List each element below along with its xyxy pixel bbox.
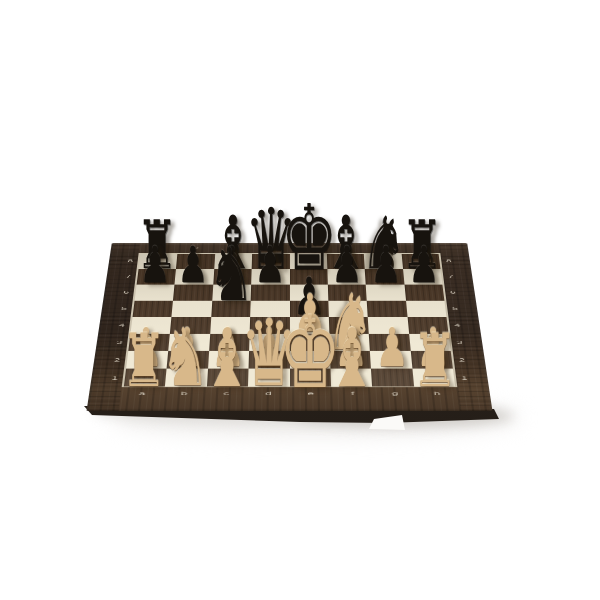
square-h3 [409, 333, 451, 350]
coordinate-label: g [364, 245, 402, 250]
square-f8 [327, 254, 365, 269]
coordinate-label: 7 [442, 269, 473, 285]
coordinate-label: g [374, 390, 417, 396]
coordinate-label: 4 [448, 317, 480, 334]
square-f6 [328, 285, 367, 301]
square-a2 [126, 351, 168, 369]
coordinate-label: f [332, 390, 374, 396]
square-b7 [175, 269, 214, 284]
square-c1 [207, 368, 249, 386]
square-c2 [208, 351, 249, 369]
square-g1 [371, 368, 414, 386]
square-e6 [290, 285, 329, 301]
square-c6 [212, 285, 251, 301]
square-g3 [369, 333, 410, 350]
square-e3 [290, 333, 330, 350]
square-e1 [290, 368, 331, 386]
coordinate-label: 1 [455, 369, 489, 387]
coordinate-label: 8 [440, 253, 471, 268]
square-e7 [290, 269, 328, 284]
square-e4 [290, 317, 330, 334]
square-f5 [328, 300, 368, 316]
product-photo-scene: abcdefgh abcdefgh 87654321 87654321 ♜♝♛♚… [0, 0, 600, 600]
square-d2 [249, 351, 290, 369]
square-f3 [329, 333, 370, 350]
coordinate-label: a [139, 245, 177, 250]
coordinate-label: d [252, 245, 290, 250]
square-a3 [128, 333, 170, 350]
square-d3 [249, 333, 289, 350]
square-d6 [251, 285, 290, 301]
square-d5 [250, 300, 289, 316]
coordinate-label: 1 [90, 369, 124, 387]
square-b3 [169, 333, 210, 350]
file-labels-bottom: abcdefgh [121, 390, 459, 396]
coordinate-label: 5 [446, 300, 478, 316]
square-f7 [327, 269, 366, 284]
square-a1 [124, 368, 167, 386]
square-h5 [406, 300, 447, 316]
square-c3 [209, 333, 250, 350]
square-c7 [213, 269, 252, 284]
square-c8 [214, 254, 252, 269]
square-b1 [165, 368, 208, 386]
coordinate-label: 3 [451, 334, 484, 351]
coordinate-label: 8 [108, 253, 139, 268]
coordinate-label: b [177, 245, 215, 250]
square-e5 [290, 300, 329, 316]
square-a8 [139, 254, 178, 269]
square-g2 [370, 351, 412, 369]
coordinate-label: f [327, 245, 365, 250]
square-a7 [137, 269, 177, 284]
square-b8 [176, 254, 215, 269]
coordinate-label: e [290, 390, 332, 396]
coordinate-label: 6 [103, 284, 135, 300]
board-grid [122, 253, 458, 387]
square-c4 [210, 317, 250, 334]
square-b6 [173, 285, 213, 301]
coordinate-label: d [247, 390, 289, 396]
coordinate-label: 2 [93, 351, 126, 369]
coordinate-label: b [163, 390, 206, 396]
square-h1 [412, 368, 455, 386]
coordinate-label: 4 [98, 317, 130, 334]
square-g5 [367, 300, 407, 316]
coordinate-label: 3 [96, 334, 129, 351]
coordinate-label: a [121, 390, 164, 396]
square-f2 [330, 351, 371, 369]
square-h7 [403, 269, 443, 284]
board-perspective-wrap: abcdefgh abcdefgh 87654321 87654321 [100, 103, 479, 540]
coordinate-label: 7 [106, 269, 137, 285]
square-c5 [211, 300, 251, 316]
square-e2 [290, 351, 331, 369]
square-d4 [250, 317, 290, 334]
coordinate-label: c [214, 245, 252, 250]
square-e8 [290, 254, 328, 269]
square-b5 [172, 300, 212, 316]
chess-board: abcdefgh abcdefgh 87654321 87654321 [87, 243, 493, 411]
coordinate-label: e [290, 245, 328, 250]
square-a5 [133, 300, 174, 316]
square-d1 [248, 368, 289, 386]
file-labels-top: abcdefgh [139, 245, 440, 250]
coordinate-label: h [416, 390, 459, 396]
square-a6 [135, 285, 175, 301]
coordinate-label: c [205, 390, 247, 396]
coordinate-label: 5 [101, 300, 133, 316]
square-g7 [365, 269, 404, 284]
square-a4 [131, 317, 172, 334]
square-h8 [401, 254, 440, 269]
square-f4 [329, 317, 369, 334]
square-f1 [330, 368, 372, 386]
square-h6 [404, 285, 444, 301]
square-h4 [407, 317, 448, 334]
coordinate-label: 6 [444, 284, 476, 300]
square-d8 [252, 254, 290, 269]
square-g4 [368, 317, 409, 334]
square-g8 [364, 254, 403, 269]
square-d7 [251, 269, 289, 284]
coordinate-label: h [402, 245, 440, 250]
coordinate-label: 2 [453, 351, 486, 369]
square-b4 [170, 317, 211, 334]
square-b2 [167, 351, 209, 369]
square-h2 [410, 351, 452, 369]
square-g6 [366, 285, 406, 301]
